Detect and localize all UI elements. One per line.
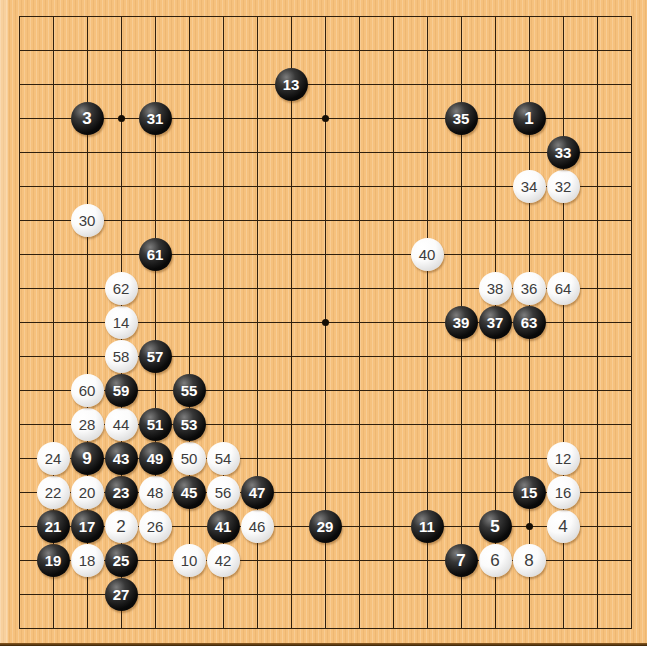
stone-48: 48 [139,476,172,509]
stone-24: 24 [37,442,70,475]
stone-move-number: 27 [113,586,130,601]
stone-62: 62 [105,272,138,305]
stone-31: 31 [139,102,172,135]
stone-57: 57 [139,340,172,373]
stone-44: 44 [105,408,138,441]
stone-58: 58 [105,340,138,373]
stone-move-number: 2 [116,517,125,534]
stone-move-number: 19 [45,552,62,567]
stone-8: 8 [513,544,546,577]
stone-17: 17 [71,510,104,543]
stone-22: 22 [37,476,70,509]
go-board-diagram: 1234567891011121314151617181920212223242… [0,0,647,646]
stone-move-number: 55 [181,382,198,397]
stone-53: 53 [173,408,206,441]
stone-15: 15 [513,476,546,509]
stone-9: 9 [71,442,104,475]
grid-line [359,16,360,629]
grid-line [597,16,598,629]
stone-move-number: 40 [419,246,436,261]
stone-23: 23 [105,476,138,509]
stone-move-number: 64 [555,280,572,295]
stone-move-number: 42 [215,552,232,567]
stone-move-number: 29 [317,518,334,533]
stone-4: 4 [547,510,580,543]
stone-move-number: 7 [456,551,465,568]
stone-move-number: 54 [215,450,232,465]
stone-move-number: 32 [555,178,572,193]
stone-64: 64 [547,272,580,305]
stone-19: 19 [37,544,70,577]
stone-3: 3 [71,102,104,135]
stone-move-number: 24 [45,450,62,465]
stone-56: 56 [207,476,240,509]
stone-move-number: 26 [147,518,164,533]
stone-move-number: 11 [419,518,435,533]
stone-54: 54 [207,442,240,475]
stone-move-number: 23 [113,484,130,499]
stone-39: 39 [445,306,478,339]
stone-move-number: 45 [181,484,198,499]
stone-37: 37 [479,306,512,339]
stone-move-number: 63 [521,314,538,329]
stone-move-number: 51 [147,416,164,431]
stone-move-number: 9 [82,449,91,466]
stone-move-number: 21 [45,518,62,533]
star-point [322,319,329,326]
stone-6: 6 [479,544,512,577]
grid-line [393,16,394,629]
stone-move-number: 43 [113,450,130,465]
stone-move-number: 18 [79,552,96,567]
stone-move-number: 15 [521,484,538,499]
go-board[interactable]: 1234567891011121314151617181920212223242… [0,0,647,643]
stone-move-number: 50 [181,450,198,465]
stone-move-number: 36 [521,280,538,295]
stone-move-number: 47 [249,484,266,499]
stone-move-number: 56 [215,484,232,499]
stone-50: 50 [173,442,206,475]
stone-move-number: 44 [113,416,130,431]
stone-move-number: 61 [147,246,164,261]
stone-move-number: 6 [490,551,499,568]
stone-move-number: 34 [521,178,538,193]
stone-29: 29 [309,510,342,543]
stone-move-number: 57 [147,348,164,363]
stone-20: 20 [71,476,104,509]
stone-12: 12 [547,442,580,475]
stone-40: 40 [411,238,444,271]
stone-move-number: 20 [79,484,96,499]
stone-36: 36 [513,272,546,305]
stone-move-number: 33 [555,144,572,159]
stone-26: 26 [139,510,172,543]
stone-move-number: 59 [113,382,130,397]
stone-move-number: 8 [524,551,533,568]
stone-42: 42 [207,544,240,577]
stone-move-number: 1 [524,109,533,126]
stone-34: 34 [513,170,546,203]
stone-move-number: 60 [79,382,96,397]
stone-7: 7 [445,544,478,577]
grid-line [631,16,632,629]
stone-move-number: 30 [79,212,96,227]
stone-5: 5 [479,510,512,543]
stone-move-number: 46 [249,518,266,533]
stone-move-number: 4 [558,517,567,534]
stone-35: 35 [445,102,478,135]
stone-46: 46 [241,510,274,543]
stone-move-number: 14 [113,314,130,329]
stone-21: 21 [37,510,70,543]
stone-move-number: 39 [453,314,470,329]
stone-1: 1 [513,102,546,135]
grid-line [19,628,632,629]
stone-move-number: 13 [283,76,300,91]
stone-33: 33 [547,136,580,169]
stone-move-number: 5 [490,517,499,534]
stone-move-number: 3 [82,109,91,126]
stone-11: 11 [411,510,444,543]
stone-move-number: 22 [45,484,62,499]
stone-move-number: 48 [147,484,164,499]
stone-13: 13 [275,68,308,101]
stone-18: 18 [71,544,104,577]
stone-move-number: 37 [487,314,504,329]
stone-55: 55 [173,374,206,407]
stone-43: 43 [105,442,138,475]
stone-move-number: 25 [113,552,130,567]
stone-move-number: 41 [215,518,232,533]
stone-38: 38 [479,272,512,305]
stone-47: 47 [241,476,274,509]
stone-14: 14 [105,306,138,339]
stone-move-number: 12 [555,450,572,465]
stone-move-number: 35 [453,110,470,125]
stone-45: 45 [173,476,206,509]
star-point [322,115,329,122]
stone-move-number: 31 [147,110,164,125]
star-point [526,523,533,530]
stone-move-number: 53 [181,416,198,431]
stone-59: 59 [105,374,138,407]
stone-63: 63 [513,306,546,339]
stone-16: 16 [547,476,580,509]
stone-10: 10 [173,544,206,577]
stone-28: 28 [71,408,104,441]
star-point [118,115,125,122]
stone-move-number: 16 [555,484,572,499]
stone-move-number: 38 [487,280,504,295]
stone-25: 25 [105,544,138,577]
stone-51: 51 [139,408,172,441]
stone-move-number: 17 [79,518,96,533]
stone-49: 49 [139,442,172,475]
stone-41: 41 [207,510,240,543]
stone-60: 60 [71,374,104,407]
stone-move-number: 58 [113,348,130,363]
stone-61: 61 [139,238,172,271]
stone-30: 30 [71,204,104,237]
stone-move-number: 49 [147,450,164,465]
stone-move-number: 62 [113,280,130,295]
stone-32: 32 [547,170,580,203]
stone-move-number: 10 [181,552,198,567]
stone-move-number: 28 [79,416,96,431]
stone-27: 27 [105,578,138,611]
stone-2: 2 [105,510,138,543]
board-left-sheen [0,0,8,646]
